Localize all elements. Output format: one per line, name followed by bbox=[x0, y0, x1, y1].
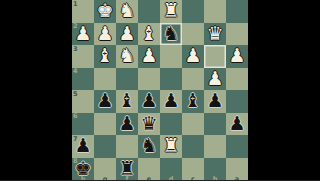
black-rook-piece[interactable]: ♜ bbox=[116, 158, 138, 181]
square-h6[interactable]: 6 bbox=[72, 113, 94, 136]
square-f1[interactable]: ♞ bbox=[116, 0, 138, 23]
file-label-b: b bbox=[213, 176, 218, 180]
square-f6[interactable]: ♟ bbox=[116, 113, 138, 136]
white-queen-piece[interactable]: ♛ bbox=[204, 23, 226, 46]
white-king-piece[interactable]: ♚ bbox=[94, 0, 116, 23]
square-g2[interactable]: ♟ bbox=[94, 23, 116, 46]
square-b7[interactable] bbox=[204, 135, 226, 158]
square-a7[interactable] bbox=[226, 135, 248, 158]
square-e6[interactable]: ♛ bbox=[138, 113, 160, 136]
rank-label-1: 1 bbox=[73, 1, 78, 8]
square-b4[interactable]: ♟ bbox=[204, 68, 226, 91]
black-pawn-piece[interactable]: ♟ bbox=[138, 90, 160, 113]
file-label-e: e bbox=[147, 176, 151, 180]
square-f7[interactable] bbox=[116, 135, 138, 158]
square-f5[interactable]: ♝ bbox=[116, 90, 138, 113]
square-g6[interactable] bbox=[94, 113, 116, 136]
white-pawn-piece[interactable]: ♟ bbox=[226, 45, 248, 68]
square-d1[interactable]: ♜ bbox=[160, 0, 182, 23]
black-pawn-piece[interactable]: ♟ bbox=[116, 113, 138, 136]
square-c7[interactable] bbox=[182, 135, 204, 158]
square-h5[interactable]: 5 bbox=[72, 90, 94, 113]
letterbox-left bbox=[0, 0, 72, 180]
square-b1[interactable] bbox=[204, 0, 226, 23]
rank-label-3: 3 bbox=[73, 46, 78, 53]
black-bishop-piece[interactable]: ♝ bbox=[182, 90, 204, 113]
black-king-piece[interactable]: ♚ bbox=[72, 158, 94, 181]
square-e3[interactable]: ♟ bbox=[138, 45, 160, 68]
square-b6[interactable] bbox=[204, 113, 226, 136]
white-pawn-piece[interactable]: ♟ bbox=[138, 45, 160, 68]
white-pawn-piece[interactable]: ♟ bbox=[182, 45, 204, 68]
square-a4[interactable] bbox=[226, 68, 248, 91]
square-c5[interactable]: ♝ bbox=[182, 90, 204, 113]
square-f4[interactable] bbox=[116, 68, 138, 91]
black-knight-piece[interactable]: ♞ bbox=[138, 135, 160, 158]
square-f3[interactable]: ♞ bbox=[116, 45, 138, 68]
square-g7[interactable] bbox=[94, 135, 116, 158]
square-d3[interactable] bbox=[160, 45, 182, 68]
white-knight-piece[interactable]: ♞ bbox=[116, 0, 138, 23]
square-a1[interactable] bbox=[226, 0, 248, 23]
square-e7[interactable]: ♞ bbox=[138, 135, 160, 158]
square-d4[interactable] bbox=[160, 68, 182, 91]
white-bishop-piece[interactable]: ♝ bbox=[138, 23, 160, 46]
square-d6[interactable] bbox=[160, 113, 182, 136]
black-pawn-piece[interactable]: ♟ bbox=[226, 113, 248, 136]
square-h1[interactable]: 1 bbox=[72, 0, 94, 23]
letterbox-right bbox=[248, 0, 320, 180]
rank-label-5: 5 bbox=[73, 91, 78, 98]
square-g3[interactable]: ♝ bbox=[94, 45, 116, 68]
black-pawn-piece[interactable]: ♟ bbox=[94, 90, 116, 113]
white-pawn-piece[interactable]: ♟ bbox=[204, 68, 226, 91]
rank-label-4: 4 bbox=[73, 68, 78, 75]
square-a5[interactable] bbox=[226, 90, 248, 113]
square-d8[interactable]: d bbox=[160, 158, 182, 181]
square-e4[interactable] bbox=[138, 68, 160, 91]
file-label-g: g bbox=[103, 176, 108, 180]
square-d5[interactable]: ♟ bbox=[160, 90, 182, 113]
black-bishop-piece[interactable]: ♝ bbox=[116, 90, 138, 113]
square-g4[interactable] bbox=[94, 68, 116, 91]
square-c4[interactable] bbox=[182, 68, 204, 91]
black-queen-piece[interactable]: ♛ bbox=[138, 113, 160, 136]
black-pawn-piece[interactable]: ♟ bbox=[204, 90, 226, 113]
white-rook-piece[interactable]: ♜ bbox=[160, 135, 182, 158]
white-knight-piece[interactable]: ♞ bbox=[116, 45, 138, 68]
square-e5[interactable]: ♟ bbox=[138, 90, 160, 113]
file-label-d: d bbox=[169, 176, 174, 180]
square-f2[interactable]: ♟ bbox=[116, 23, 138, 46]
square-a2[interactable] bbox=[226, 23, 248, 46]
square-c1[interactable] bbox=[182, 0, 204, 23]
chess-board[interactable]: 1♚♞♜2♟♟♟♝♞♛3♝♞♟♟♟4♟5♟♝♟♟♝♟6♟♛♟7♟♞♜8h♚gf♜… bbox=[72, 0, 248, 180]
square-h2[interactable]: 2♟ bbox=[72, 23, 94, 46]
white-rook-piece[interactable]: ♜ bbox=[160, 0, 182, 23]
square-e8[interactable]: e bbox=[138, 158, 160, 181]
square-h4[interactable]: 4 bbox=[72, 68, 94, 91]
file-label-c: c bbox=[191, 176, 195, 180]
square-h8[interactable]: 8h♚ bbox=[72, 158, 94, 181]
square-c2[interactable] bbox=[182, 23, 204, 46]
square-h3[interactable]: 3 bbox=[72, 45, 94, 68]
square-g1[interactable]: ♚ bbox=[94, 0, 116, 23]
white-bishop-piece[interactable]: ♝ bbox=[94, 45, 116, 68]
white-pawn-piece[interactable]: ♟ bbox=[72, 23, 94, 46]
square-b8[interactable]: b bbox=[204, 158, 226, 181]
square-e2[interactable]: ♝ bbox=[138, 23, 160, 46]
square-a8[interactable]: a bbox=[226, 158, 248, 181]
square-a6[interactable]: ♟ bbox=[226, 113, 248, 136]
square-b5[interactable]: ♟ bbox=[204, 90, 226, 113]
black-pawn-piece[interactable]: ♟ bbox=[160, 90, 182, 113]
black-knight-piece[interactable]: ♞ bbox=[160, 23, 182, 46]
white-pawn-piece[interactable]: ♟ bbox=[116, 23, 138, 46]
square-c3[interactable]: ♟ bbox=[182, 45, 204, 68]
square-c6[interactable] bbox=[182, 113, 204, 136]
square-e1[interactable] bbox=[138, 0, 160, 23]
square-d2[interactable]: ♞ bbox=[160, 23, 182, 46]
rank-label-6: 6 bbox=[73, 113, 78, 120]
square-c8[interactable]: c bbox=[182, 158, 204, 181]
square-g5[interactable]: ♟ bbox=[94, 90, 116, 113]
square-f8[interactable]: f♜ bbox=[116, 158, 138, 181]
file-label-a: a bbox=[235, 176, 239, 180]
square-b2[interactable]: ♛ bbox=[204, 23, 226, 46]
square-h7[interactable]: 7♟ bbox=[72, 135, 94, 158]
black-pawn-piece[interactable]: ♟ bbox=[72, 135, 94, 158]
video-frame: 1♚♞♜2♟♟♟♝♞♛3♝♞♟♟♟4♟5♟♝♟♟♝♟6♟♛♟7♟♞♜8h♚gf♜… bbox=[0, 0, 320, 180]
square-g8[interactable]: g bbox=[94, 158, 116, 181]
square-d7[interactable]: ♜ bbox=[160, 135, 182, 158]
square-a3[interactable]: ♟ bbox=[226, 45, 248, 68]
square-b3[interactable] bbox=[204, 45, 226, 68]
white-pawn-piece[interactable]: ♟ bbox=[94, 23, 116, 46]
